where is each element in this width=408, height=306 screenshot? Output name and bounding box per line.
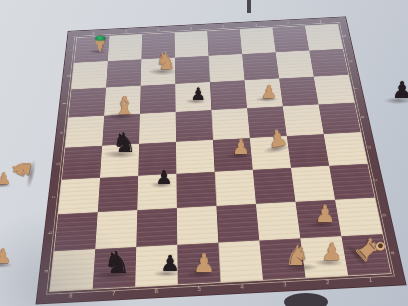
white-rook-a1[interactable]: ♜ <box>350 234 384 268</box>
white-pawn-f3[interactable]: ♟ <box>261 83 277 100</box>
pawn-icon: ♟ <box>160 254 180 275</box>
knight-icon: ♞ <box>285 243 309 269</box>
white-pawn-a5[interactable]: ♟ <box>193 252 215 276</box>
pawn-icon: ♟ <box>266 128 289 152</box>
white-pawn-a2[interactable]: ♟ <box>321 241 343 264</box>
knight-icon: ♞ <box>156 51 177 73</box>
pawn-icon: ♟ <box>190 86 205 102</box>
white-knight-a3[interactable]: ♞ <box>285 243 309 269</box>
white-pawn-captured[interactable]: ♟ <box>0 247 12 266</box>
pawn-icon: ♟ <box>392 80 408 102</box>
pawn-icon: ♟ <box>193 252 215 276</box>
pawn-icon: ♟ <box>0 247 12 266</box>
black-knight-a7[interactable]: ♞ <box>104 249 131 278</box>
knight-icon: ♞ <box>9 156 36 182</box>
pawn-icon: ♟ <box>321 241 343 264</box>
pawn-icon: ♟ <box>0 171 11 186</box>
white-knight-captured[interactable]: ♞ <box>9 156 36 182</box>
white-pawn-captured[interactable]: ♟ <box>0 171 11 186</box>
white-pawn-d4[interactable]: ♟ <box>232 138 250 157</box>
white-pawn-h8[interactable]: ♟ <box>93 38 106 52</box>
pawn-icon: ♟ <box>261 83 277 100</box>
black-pawn-c6[interactable]: ♟ <box>155 168 172 186</box>
knight-icon: ♞ <box>112 130 136 156</box>
knight-icon: ♞ <box>104 249 131 278</box>
black-pawn-a6[interactable]: ♟ <box>160 254 180 275</box>
black-pawn-f5[interactable]: ♟ <box>190 86 205 102</box>
pawn-icon: ♟ <box>232 138 250 157</box>
white-knight-g6[interactable]: ♞ <box>156 51 177 73</box>
pawn-icon: ♟ <box>155 168 172 186</box>
white-pawn-d3[interactable]: ♟ <box>266 128 289 152</box>
white-pawn-b2[interactable]: ♟ <box>315 204 336 226</box>
pieces-layer: ♟♞♟♟♟♝♟♞♟♞♟♟♟♜♟♟♞♟♟♞ <box>0 0 408 306</box>
green-felt-base <box>95 36 105 41</box>
bishop-icon: ♝ <box>114 94 136 118</box>
chessboard-photo: 87654321 87654321 hgfedcba hgfedcba ♟♞♟♟… <box>0 0 408 306</box>
black-knight-d7[interactable]: ♞ <box>112 130 136 156</box>
pawn-icon: ♟ <box>315 204 336 226</box>
white-bishop-e7[interactable]: ♝ <box>114 94 136 118</box>
black-pawn-captured[interactable]: ♟ <box>392 80 408 102</box>
